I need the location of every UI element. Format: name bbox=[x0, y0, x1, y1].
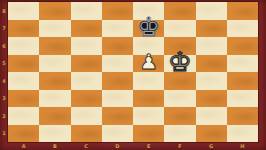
square-d3 bbox=[102, 90, 133, 108]
file-label-b: B bbox=[39, 142, 70, 150]
square-e8 bbox=[133, 2, 164, 20]
square-a7 bbox=[8, 20, 39, 38]
square-b5 bbox=[39, 55, 70, 73]
square-g1 bbox=[196, 125, 227, 143]
square-c4 bbox=[71, 72, 102, 90]
square-e7: ♚ bbox=[133, 20, 164, 38]
rank-label-1: 1 bbox=[0, 125, 8, 143]
square-g3 bbox=[196, 90, 227, 108]
rank-label-3: 3 bbox=[0, 90, 8, 108]
square-h6 bbox=[227, 37, 258, 55]
square-e6 bbox=[133, 37, 164, 55]
square-e3 bbox=[133, 90, 164, 108]
square-e5: ♟ bbox=[133, 55, 164, 73]
rank-label-6: 6 bbox=[0, 37, 8, 55]
square-f8 bbox=[164, 2, 195, 20]
square-a4 bbox=[8, 72, 39, 90]
square-e4 bbox=[133, 72, 164, 90]
square-d2 bbox=[102, 107, 133, 125]
rank-label-4: 4 bbox=[0, 72, 8, 90]
square-b8 bbox=[39, 2, 70, 20]
square-f7 bbox=[164, 20, 195, 38]
square-f6 bbox=[164, 37, 195, 55]
square-e2 bbox=[133, 107, 164, 125]
square-f3 bbox=[164, 90, 195, 108]
file-label-f: F bbox=[164, 142, 195, 150]
file-label-d: D bbox=[102, 142, 133, 150]
square-b4 bbox=[39, 72, 70, 90]
file-label-g: G bbox=[196, 142, 227, 150]
square-g4 bbox=[196, 72, 227, 90]
rank-label-7: 7 bbox=[0, 20, 8, 38]
square-c1 bbox=[71, 125, 102, 143]
square-c5 bbox=[71, 55, 102, 73]
rank-label-8: 8 bbox=[0, 2, 8, 20]
square-h2 bbox=[227, 107, 258, 125]
square-b6 bbox=[39, 37, 70, 55]
rank-label-2: 2 bbox=[0, 107, 8, 125]
square-h1 bbox=[227, 125, 258, 143]
square-c8 bbox=[71, 2, 102, 20]
file-label-a: A bbox=[8, 142, 39, 150]
square-b2 bbox=[39, 107, 70, 125]
square-g5 bbox=[196, 55, 227, 73]
square-a6 bbox=[8, 37, 39, 55]
square-d8 bbox=[102, 2, 133, 20]
chess-diagram: 87654321 ♚♟♚ ABCDEFGH bbox=[0, 0, 266, 150]
file-label-e: E bbox=[133, 142, 164, 150]
chess-board: ♚♟♚ bbox=[8, 2, 258, 142]
square-c6 bbox=[71, 37, 102, 55]
square-h4 bbox=[227, 72, 258, 90]
square-h8 bbox=[227, 2, 258, 20]
square-c2 bbox=[71, 107, 102, 125]
square-d6 bbox=[102, 37, 133, 55]
square-b3 bbox=[39, 90, 70, 108]
square-d7 bbox=[102, 20, 133, 38]
square-g2 bbox=[196, 107, 227, 125]
square-a2 bbox=[8, 107, 39, 125]
file-label-h: H bbox=[227, 142, 258, 150]
square-c3 bbox=[71, 90, 102, 108]
square-f1 bbox=[164, 125, 195, 143]
square-f2 bbox=[164, 107, 195, 125]
white-pawn: ♟ bbox=[139, 52, 158, 73]
rank-labels: 87654321 bbox=[0, 2, 8, 142]
square-b1 bbox=[39, 125, 70, 143]
square-g6 bbox=[196, 37, 227, 55]
square-f5: ♚ bbox=[164, 55, 195, 73]
square-d4 bbox=[102, 72, 133, 90]
square-c7 bbox=[71, 20, 102, 38]
square-b7 bbox=[39, 20, 70, 38]
square-d5 bbox=[102, 55, 133, 73]
square-d1 bbox=[102, 125, 133, 143]
square-e1 bbox=[133, 125, 164, 143]
square-a1 bbox=[8, 125, 39, 143]
square-a3 bbox=[8, 90, 39, 108]
square-h7 bbox=[227, 20, 258, 38]
file-labels: ABCDEFGH bbox=[8, 142, 258, 150]
square-a8 bbox=[8, 2, 39, 20]
square-g7 bbox=[196, 20, 227, 38]
file-label-c: C bbox=[71, 142, 102, 150]
square-h3 bbox=[227, 90, 258, 108]
square-a5 bbox=[8, 55, 39, 73]
square-f4 bbox=[164, 72, 195, 90]
square-h5 bbox=[227, 55, 258, 73]
square-g8 bbox=[196, 2, 227, 20]
rank-label-5: 5 bbox=[0, 55, 8, 73]
